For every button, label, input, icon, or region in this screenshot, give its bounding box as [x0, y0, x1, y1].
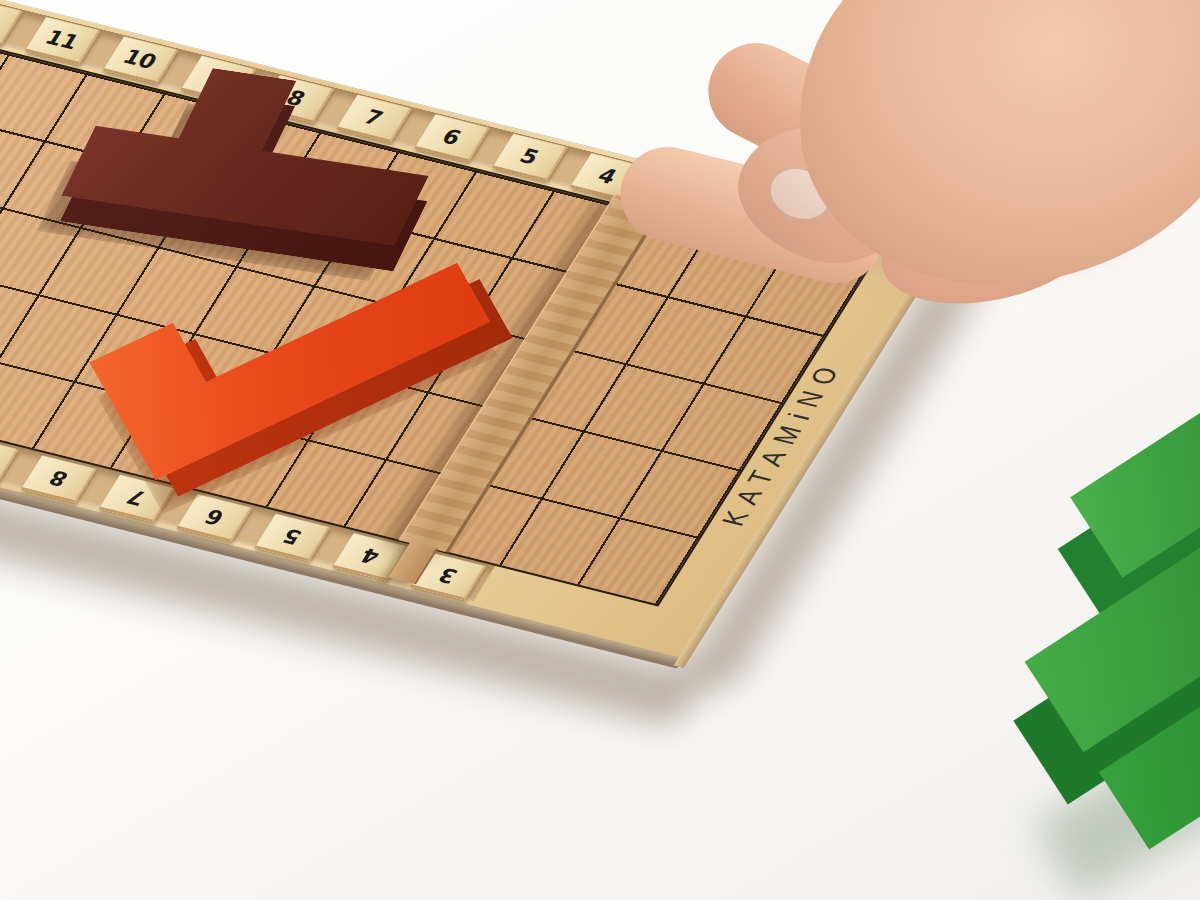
product-photo-scene: { "game": "Katamino pentomino puzzle (wo…: [0, 0, 1200, 900]
